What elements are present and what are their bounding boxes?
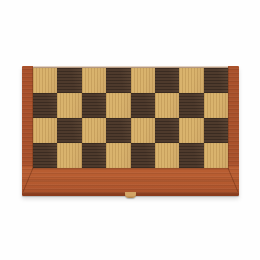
square-r2c1: [33, 93, 57, 118]
square-r2c4: [106, 93, 130, 118]
square-r3c7: [179, 118, 203, 143]
square-r2c7: [179, 93, 203, 118]
square-r4c3: [82, 143, 106, 168]
square-r1c5: [131, 68, 155, 93]
square-r1c1: [33, 68, 57, 93]
square-r1c4: [106, 68, 130, 93]
square-r2c2: [57, 93, 81, 118]
square-r2c5: [131, 93, 155, 118]
square-r3c4: [106, 118, 130, 143]
square-r3c2: [57, 118, 81, 143]
square-r1c3: [82, 68, 106, 93]
chess-board: [33, 68, 228, 168]
clasp-hinge: [125, 192, 136, 198]
square-r4c4: [106, 143, 130, 168]
square-r3c1: [33, 118, 57, 143]
square-r4c5: [131, 143, 155, 168]
square-r4c1: [33, 143, 57, 168]
square-r1c7: [179, 68, 203, 93]
folded-chessboard-box: [22, 66, 239, 196]
square-r4c6: [155, 143, 179, 168]
square-r2c3: [82, 93, 106, 118]
square-r4c8: [204, 143, 228, 168]
square-r3c8: [204, 118, 228, 143]
square-r4c7: [179, 143, 203, 168]
square-r1c2: [57, 68, 81, 93]
square-r4c2: [57, 143, 81, 168]
square-r1c6: [155, 68, 179, 93]
product-photo: [0, 0, 260, 260]
square-r2c8: [204, 93, 228, 118]
square-r1c8: [204, 68, 228, 93]
square-r2c6: [155, 93, 179, 118]
square-r3c3: [82, 118, 106, 143]
square-r3c5: [131, 118, 155, 143]
square-r3c6: [155, 118, 179, 143]
